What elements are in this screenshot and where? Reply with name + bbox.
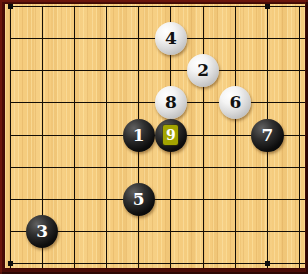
intersection-9-5[interactable]: 7: [251, 119, 283, 151]
intersection-5-9[interactable]: [123, 247, 155, 268]
last-move-number-label: 9: [163, 125, 178, 145]
intersection-3-5[interactable]: [58, 119, 90, 151]
intersection-7-2[interactable]: [187, 23, 219, 55]
stone-number: 7: [262, 127, 274, 144]
intersection-9-3[interactable]: [251, 55, 283, 87]
intersection-9-4[interactable]: [251, 87, 283, 119]
intersection-6-2[interactable]: 4: [155, 23, 187, 55]
stone-number: 4: [165, 30, 177, 47]
intersection-5-4[interactable]: [123, 87, 155, 119]
intersection-2-2[interactable]: [26, 23, 58, 55]
intersection-8-4[interactable]: 6: [219, 87, 251, 119]
intersection-8-7[interactable]: [219, 183, 251, 215]
stone-number: 5: [133, 191, 145, 208]
intersection-2-7[interactable]: [26, 183, 58, 215]
intersection-5-1[interactable]: [123, 4, 155, 23]
intersection-9-7[interactable]: [251, 183, 283, 215]
intersection-2-6[interactable]: [26, 151, 58, 183]
intersection-9-6[interactable]: [251, 151, 283, 183]
intersection-6-8[interactable]: [155, 215, 187, 247]
intersection-8-2[interactable]: [219, 23, 251, 55]
intersection-4-1[interactable]: [90, 4, 122, 23]
intersection-3-9[interactable]: [58, 247, 90, 268]
intersection-10-5[interactable]: [284, 119, 305, 151]
intersection-8-6[interactable]: [219, 151, 251, 183]
stone-black-move-5[interactable]: 5: [123, 183, 155, 216]
intersection-4-6[interactable]: [90, 151, 122, 183]
intersection-7-8[interactable]: [187, 215, 219, 247]
intersection-3-7[interactable]: [58, 183, 90, 215]
intersection-7-7[interactable]: [187, 183, 219, 215]
intersection-9-8[interactable]: [251, 215, 283, 247]
intersection-10-3[interactable]: [284, 55, 305, 87]
intersection-7-6[interactable]: [187, 151, 219, 183]
intersection-10-8[interactable]: [284, 215, 305, 247]
intersection-3-3[interactable]: [58, 55, 90, 87]
corner-dot: [8, 261, 13, 266]
intersection-7-9[interactable]: [187, 247, 219, 268]
intersection-7-5[interactable]: [187, 119, 219, 151]
intersection-6-5[interactable]: 9: [155, 119, 187, 151]
stone-white-move-2[interactable]: 2: [187, 54, 219, 87]
go-board: 428619753: [5, 4, 305, 268]
intersection-8-8[interactable]: [219, 215, 251, 247]
corner-dot: [265, 4, 270, 9]
intersection-6-9[interactable]: [155, 247, 187, 268]
intersection-2-5[interactable]: [26, 119, 58, 151]
intersection-10-6[interactable]: [284, 151, 305, 183]
intersection-1-8[interactable]: [5, 215, 26, 247]
stone-white-move-4[interactable]: 4: [155, 22, 187, 55]
intersection-7-4[interactable]: [187, 87, 219, 119]
intersection-5-8[interactable]: [123, 215, 155, 247]
intersection-6-3[interactable]: [155, 55, 187, 87]
intersection-8-9[interactable]: [219, 247, 251, 268]
intersection-2-8[interactable]: 3: [26, 215, 58, 247]
intersection-5-7[interactable]: 5: [123, 183, 155, 215]
intersection-3-8[interactable]: [58, 215, 90, 247]
intersection-4-4[interactable]: [90, 87, 122, 119]
intersection-5-6[interactable]: [123, 151, 155, 183]
stone-black-move-1[interactable]: 1: [123, 119, 155, 152]
intersection-5-3[interactable]: [123, 55, 155, 87]
intersection-3-6[interactable]: [58, 151, 90, 183]
intersection-10-1[interactable]: [284, 4, 305, 23]
intersection-2-3[interactable]: [26, 55, 58, 87]
intersection-8-1[interactable]: [219, 4, 251, 23]
stone-number: 6: [229, 94, 241, 111]
intersection-9-2[interactable]: [251, 23, 283, 55]
intersection-3-2[interactable]: [58, 23, 90, 55]
stone-number: 2: [197, 62, 209, 79]
intersection-2-1[interactable]: [26, 4, 58, 23]
intersection-6-4[interactable]: 8: [155, 87, 187, 119]
intersection-10-2[interactable]: [284, 23, 305, 55]
intersection-10-4[interactable]: [284, 87, 305, 119]
intersection-1-5[interactable]: [5, 119, 26, 151]
stone-black-move-9[interactable]: 9: [155, 119, 187, 152]
board-grid: 428619753: [5, 4, 305, 268]
stone-white-move-8[interactable]: 8: [155, 86, 187, 119]
intersection-1-7[interactable]: [5, 183, 26, 215]
stone-number: 3: [36, 223, 48, 240]
intersection-10-7[interactable]: [284, 183, 305, 215]
stone-black-move-7[interactable]: 7: [251, 119, 283, 152]
intersection-1-2[interactable]: [5, 23, 26, 55]
go-board-frame: 428619753: [0, 0, 308, 274]
stone-white-move-6[interactable]: 6: [219, 86, 251, 119]
intersection-4-5[interactable]: [90, 119, 122, 151]
intersection-4-3[interactable]: [90, 55, 122, 87]
intersection-1-6[interactable]: [5, 151, 26, 183]
intersection-6-6[interactable]: [155, 151, 187, 183]
intersection-4-7[interactable]: [90, 183, 122, 215]
intersection-4-2[interactable]: [90, 23, 122, 55]
intersection-7-1[interactable]: [187, 4, 219, 23]
stone-number: 8: [165, 94, 177, 111]
intersection-2-4[interactable]: [26, 87, 58, 119]
intersection-5-5[interactable]: 1: [123, 119, 155, 151]
stone-number: 1: [133, 127, 145, 144]
intersection-3-1[interactable]: [58, 4, 90, 23]
intersection-8-5[interactable]: [219, 119, 251, 151]
intersection-4-8[interactable]: [90, 215, 122, 247]
intersection-1-3[interactable]: [5, 55, 26, 87]
intersection-5-2[interactable]: [123, 23, 155, 55]
intersection-6-1[interactable]: [155, 4, 187, 23]
corner-dot: [265, 261, 270, 266]
intersection-10-9[interactable]: [284, 247, 305, 268]
intersection-6-7[interactable]: [155, 183, 187, 215]
corner-dot: [8, 4, 13, 9]
intersection-3-4[interactable]: [58, 87, 90, 119]
intersection-4-9[interactable]: [90, 247, 122, 268]
stone-black-move-3[interactable]: 3: [26, 215, 58, 248]
intersection-1-4[interactable]: [5, 87, 26, 119]
intersection-8-3[interactable]: [219, 55, 251, 87]
intersection-7-3[interactable]: 2: [187, 55, 219, 87]
intersection-2-9[interactable]: [26, 247, 58, 268]
